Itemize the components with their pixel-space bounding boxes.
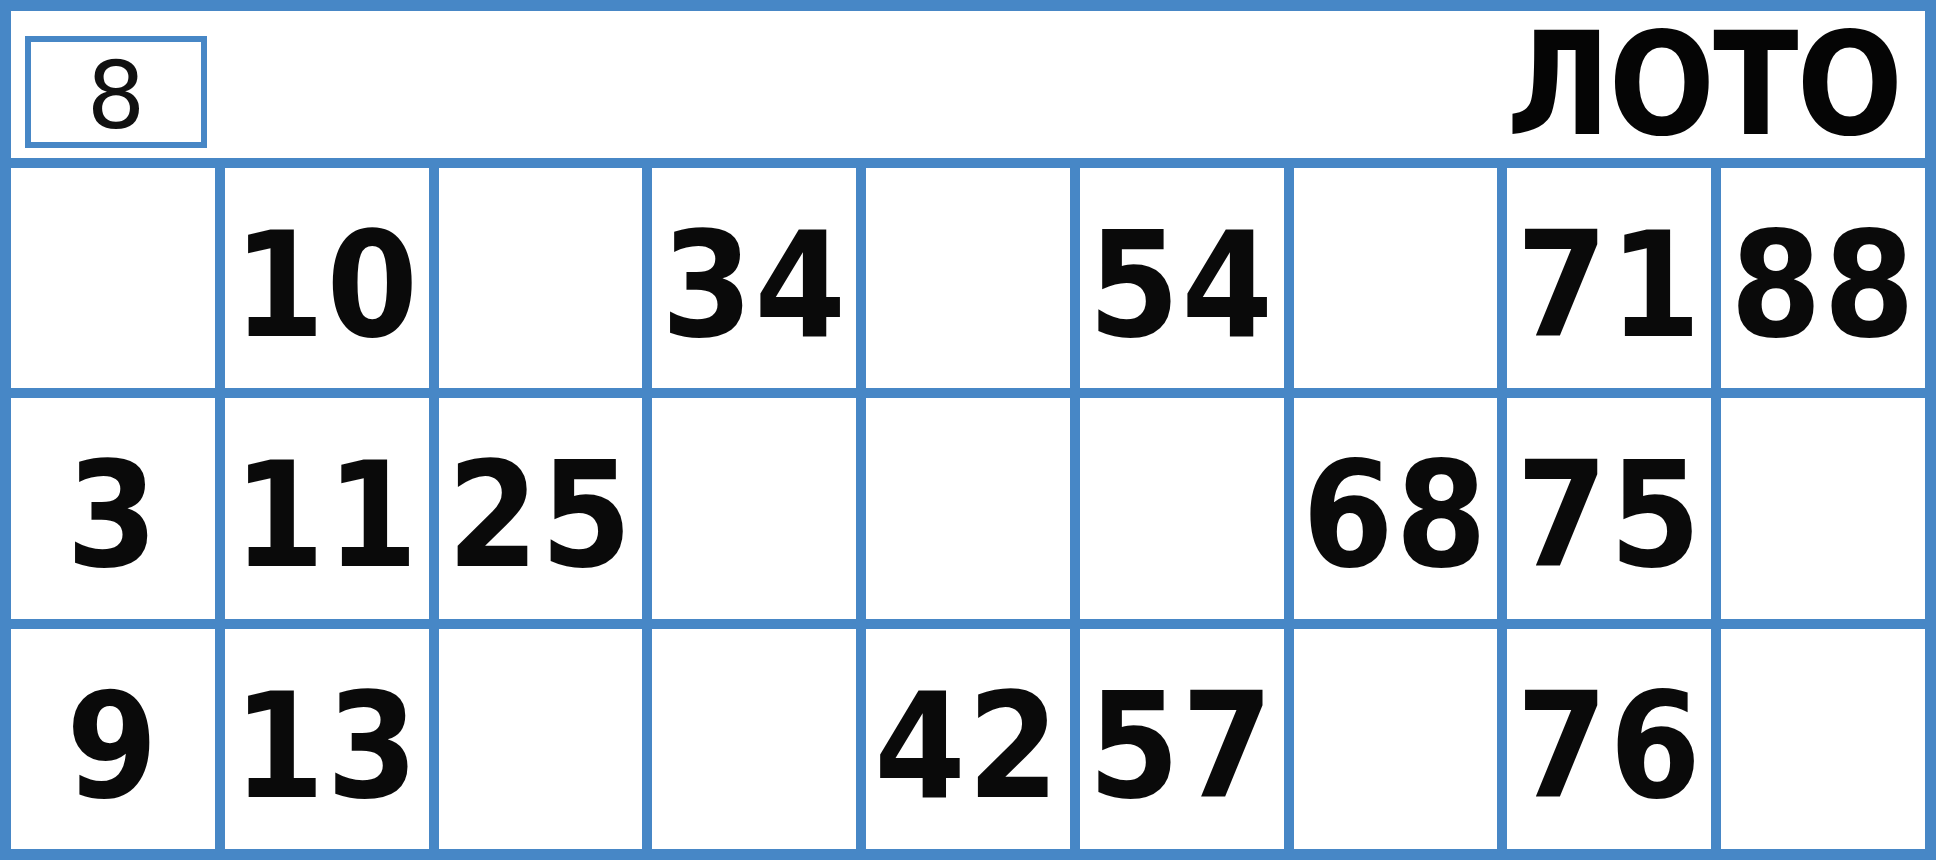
grid-cell-r2c1[interactable]: 3 [11, 398, 215, 618]
grid-cell-r2c9[interactable] [1721, 398, 1925, 618]
grid-cell-r1c5[interactable] [866, 168, 1070, 388]
cell-number: 68 [1302, 428, 1488, 588]
card-number: 8 [87, 41, 146, 143]
grid-cell-r2c7[interactable]: 68 [1294, 398, 1498, 618]
grid-cell-r2c6[interactable] [1080, 398, 1284, 618]
grid-cell-r2c4[interactable] [652, 398, 856, 618]
grid-cell-r2c2[interactable]: 11 [225, 398, 429, 618]
cell-number: 10 [233, 198, 419, 358]
card-title: ЛОТО [1507, 14, 1901, 156]
grid-cell-r3c7[interactable] [1294, 629, 1498, 849]
grid-cell-r3c1[interactable]: 9 [11, 629, 215, 849]
grid-cell-r3c3[interactable] [439, 629, 643, 849]
grid-cell-r1c1[interactable] [11, 168, 215, 388]
cell-number: 9 [66, 659, 159, 819]
grid-cell-r1c9[interactable]: 88 [1721, 168, 1925, 388]
grid-cell-r1c6[interactable]: 54 [1080, 168, 1284, 388]
grid-cell-r3c4[interactable] [652, 629, 856, 849]
cell-number: 25 [447, 428, 633, 588]
cell-number: 42 [875, 659, 1061, 819]
card-number-box: 8 [25, 36, 207, 148]
cell-number: 3 [66, 428, 159, 588]
cell-number: 76 [1516, 659, 1702, 819]
cell-number: 71 [1516, 198, 1702, 358]
card-header: 8 ЛОТО [11, 11, 1925, 158]
grid-cell-r1c7[interactable] [1294, 168, 1498, 388]
grid-cell-r3c2[interactable]: 13 [225, 629, 429, 849]
cell-number: 13 [233, 659, 419, 819]
grid-cell-r2c5[interactable] [866, 398, 1070, 618]
grid-cell-r1c3[interactable] [439, 168, 643, 388]
grid-cell-r1c2[interactable]: 10 [225, 168, 429, 388]
grid-cell-r3c8[interactable]: 76 [1507, 629, 1711, 849]
grid-cell-r1c4[interactable]: 34 [652, 168, 856, 388]
grid-cell-r3c5[interactable]: 42 [866, 629, 1070, 849]
grid-cell-r2c8[interactable]: 75 [1507, 398, 1711, 618]
loto-card: 8 ЛОТО 1034547188311256875913425776 [0, 0, 1936, 860]
grid-cell-r3c6[interactable]: 57 [1080, 629, 1284, 849]
cell-number: 34 [661, 198, 847, 358]
cell-number: 88 [1730, 198, 1916, 358]
cell-number: 54 [1089, 198, 1275, 358]
grid-cell-r3c9[interactable] [1721, 629, 1925, 849]
grid-cell-r2c3[interactable]: 25 [439, 398, 643, 618]
cell-number: 11 [233, 428, 419, 588]
grid-cell-r1c8[interactable]: 71 [1507, 168, 1711, 388]
cell-number: 57 [1089, 659, 1275, 819]
cell-number: 75 [1516, 428, 1702, 588]
